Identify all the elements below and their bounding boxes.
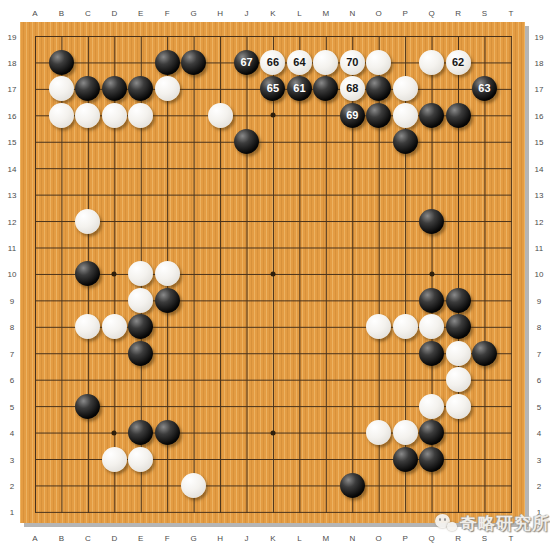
move-number-label: 68	[346, 83, 358, 94]
board-intersection	[445, 340, 471, 366]
coord-label-left: 10	[8, 270, 17, 279]
board-intersection	[128, 287, 154, 313]
white-stone	[128, 103, 153, 128]
coord-label-left: 1	[10, 508, 14, 517]
white-stone	[366, 314, 391, 339]
board-intersection	[365, 76, 391, 102]
black-stone	[128, 341, 153, 366]
coord-label-right: 12	[535, 217, 544, 226]
coord-label-right: 19	[535, 32, 544, 41]
coord-label-left: 5	[10, 402, 14, 411]
coord-label-right: 11	[535, 244, 543, 253]
move-number-label: 64	[293, 57, 305, 68]
board-intersection	[418, 102, 444, 128]
board-intersection	[128, 261, 154, 287]
board-intersection	[365, 314, 391, 340]
board-intersection	[418, 419, 444, 445]
board-intersection	[445, 102, 471, 128]
black-stone	[75, 76, 100, 101]
board-intersection: 66	[260, 49, 286, 75]
board-intersection	[154, 287, 180, 313]
white-stone	[102, 103, 127, 128]
coord-label-right: 9	[537, 296, 541, 305]
board-intersection	[418, 49, 444, 75]
board-intersection	[101, 102, 127, 128]
white-stone	[49, 103, 74, 128]
white-stone	[155, 261, 180, 286]
coord-label-right: 17	[535, 85, 544, 94]
board-intersection	[154, 419, 180, 445]
black-stone	[472, 341, 497, 366]
coord-label-top: R	[455, 9, 461, 18]
board-intersection: 67	[233, 49, 259, 75]
board-intersection: 64	[286, 49, 312, 75]
white-stone	[155, 76, 180, 101]
board-intersection	[313, 76, 339, 102]
white-stone	[102, 447, 127, 472]
board-intersection: 61	[286, 76, 312, 102]
black-stone	[313, 76, 338, 101]
board-intersection	[101, 446, 127, 472]
black-stone	[393, 129, 418, 154]
board-intersection	[101, 76, 127, 102]
black-stone	[181, 50, 206, 75]
coord-label-right: 15	[535, 138, 544, 147]
white-stone	[49, 76, 74, 101]
black-stone	[128, 76, 153, 101]
coord-label-bottom: F	[165, 534, 170, 543]
coord-label-left: 15	[8, 138, 17, 147]
coord-label-bottom: P	[402, 534, 407, 543]
move-number-label: 61	[293, 83, 305, 94]
coord-label-left: 14	[8, 164, 17, 173]
board-intersection: 69	[339, 102, 365, 128]
white-stone	[393, 314, 418, 339]
white-stone: 66	[260, 50, 285, 75]
board-intersection	[48, 76, 74, 102]
white-stone	[128, 288, 153, 313]
watermark: 奇略研究所	[434, 511, 550, 535]
wechat-icon	[434, 511, 460, 535]
black-stone	[102, 76, 127, 101]
coord-label-right: 18	[535, 58, 544, 67]
white-stone	[128, 447, 153, 472]
coord-label-bottom: B	[59, 534, 64, 543]
coord-label-right: 14	[535, 164, 544, 173]
coord-label-top: O	[376, 9, 382, 18]
move-number-label: 70	[346, 57, 358, 68]
white-stone	[313, 50, 338, 75]
white-stone	[419, 314, 444, 339]
board-intersection: 68	[339, 76, 365, 102]
black-stone	[155, 50, 180, 75]
move-number-label: 63	[478, 83, 490, 94]
coord-label-bottom: O	[376, 534, 382, 543]
board-intersection: 70	[339, 49, 365, 75]
board-intersection	[207, 102, 233, 128]
board-intersection	[128, 340, 154, 366]
coord-label-left: 4	[10, 429, 14, 438]
coord-label-bottom: G	[191, 534, 197, 543]
move-number-label: 69	[346, 110, 358, 121]
board-intersection	[418, 287, 444, 313]
board-intersection	[471, 340, 497, 366]
move-number-label: 65	[267, 83, 279, 94]
black-stone	[419, 103, 444, 128]
board-intersection	[365, 419, 391, 445]
board-intersection	[75, 261, 101, 287]
coord-label-left: 18	[8, 58, 17, 67]
coord-label-top: F	[165, 9, 170, 18]
black-stone	[128, 420, 153, 445]
coord-label-left: 19	[8, 32, 17, 41]
board-intersection	[339, 472, 365, 498]
coord-label-right: 3	[537, 455, 541, 464]
coord-label-right: 10	[535, 270, 544, 279]
white-stone	[446, 394, 471, 419]
board-intersection	[445, 393, 471, 419]
board-intersection	[154, 76, 180, 102]
black-stone	[419, 341, 444, 366]
white-stone	[419, 50, 444, 75]
coord-label-top: K	[270, 9, 275, 18]
coord-label-right: 6	[537, 376, 541, 385]
black-stone	[340, 473, 365, 498]
board-intersection	[128, 314, 154, 340]
coord-label-bottom: E	[138, 534, 143, 543]
board-intersection	[180, 472, 206, 498]
board-intersection	[418, 340, 444, 366]
board-intersection	[180, 49, 206, 75]
board-intersection: 63	[471, 76, 497, 102]
board-intersection	[392, 419, 418, 445]
board-intersection	[101, 314, 127, 340]
white-stone	[181, 473, 206, 498]
white-stone	[446, 367, 471, 392]
board-intersection	[418, 393, 444, 419]
board-intersection	[365, 102, 391, 128]
black-stone	[366, 76, 391, 101]
board-intersection	[418, 208, 444, 234]
coord-label-top: P	[402, 9, 407, 18]
coord-label-top: S	[482, 9, 487, 18]
white-stone: 70	[340, 50, 365, 75]
black-stone	[419, 288, 444, 313]
board-intersection	[75, 393, 101, 419]
watermark-text: 奇略研究所	[460, 512, 550, 535]
board-intersection	[365, 49, 391, 75]
black-stone: 63	[472, 76, 497, 101]
white-stone: 64	[287, 50, 312, 75]
board-intersection	[418, 446, 444, 472]
coord-label-top: H	[217, 9, 223, 18]
coord-label-bottom: D	[111, 534, 117, 543]
board-intersection	[445, 366, 471, 392]
coord-label-right: 16	[535, 111, 544, 120]
coord-label-top: M	[322, 9, 329, 18]
board-intersection	[392, 314, 418, 340]
white-stone	[75, 103, 100, 128]
board-intersection	[75, 76, 101, 102]
board-intersection	[392, 446, 418, 472]
black-stone	[419, 420, 444, 445]
coord-label-bottom: H	[217, 534, 223, 543]
coord-label-right: 7	[537, 349, 541, 358]
black-stone	[49, 50, 74, 75]
white-stone	[393, 76, 418, 101]
white-stone	[393, 103, 418, 128]
coord-label-right: 13	[535, 191, 544, 200]
black-stone	[75, 261, 100, 286]
coord-label-left: 13	[8, 191, 17, 200]
coord-label-top: L	[297, 9, 301, 18]
board-intersection	[75, 208, 101, 234]
chat-bubble-small-icon	[447, 522, 457, 531]
board-intersection	[128, 102, 154, 128]
board-intersection: 62	[445, 49, 471, 75]
black-stone	[446, 103, 471, 128]
board-intersection	[128, 419, 154, 445]
black-stone	[75, 394, 100, 419]
board-intersection	[313, 49, 339, 75]
board-intersection	[392, 129, 418, 155]
coord-label-left: 17	[8, 85, 17, 94]
coord-label-left: 12	[8, 217, 17, 226]
white-stone	[208, 103, 233, 128]
board-intersection	[418, 314, 444, 340]
coord-label-top: C	[85, 9, 91, 18]
board-intersection	[154, 261, 180, 287]
black-stone	[128, 314, 153, 339]
white-stone: 62	[446, 50, 471, 75]
coord-label-left: 9	[10, 296, 14, 305]
black-stone	[234, 129, 259, 154]
coord-label-left: 7	[10, 349, 14, 358]
black-stone	[419, 209, 444, 234]
board-intersection	[445, 314, 471, 340]
coord-label-bottom: M	[322, 534, 329, 543]
white-stone: 68	[340, 76, 365, 101]
board-intersection	[392, 102, 418, 128]
coord-label-right: 4	[537, 429, 541, 438]
white-stone	[366, 50, 391, 75]
black-stone	[366, 103, 391, 128]
coord-label-top: G	[191, 9, 197, 18]
black-stone	[155, 420, 180, 445]
board-intersection	[445, 287, 471, 313]
board-intersection	[48, 49, 74, 75]
black-stone	[446, 314, 471, 339]
move-number-label: 66	[267, 57, 279, 68]
coord-label-top: N	[349, 9, 355, 18]
board-intersection	[128, 76, 154, 102]
board-intersection	[233, 129, 259, 155]
black-stone	[446, 288, 471, 313]
white-stone	[419, 394, 444, 419]
white-stone	[102, 314, 127, 339]
coord-label-bottom: J	[245, 534, 249, 543]
coord-label-top: J	[245, 9, 249, 18]
white-stone	[446, 341, 471, 366]
black-stone: 65	[260, 76, 285, 101]
move-number-label: 62	[452, 57, 464, 68]
coord-label-top: A	[32, 9, 37, 18]
white-stone	[366, 420, 391, 445]
coord-label-left: 8	[10, 323, 14, 332]
coord-label-right: 8	[537, 323, 541, 332]
coord-label-bottom: L	[297, 534, 301, 543]
board-intersection: 65	[260, 76, 286, 102]
board-intersection	[75, 314, 101, 340]
white-stone	[75, 209, 100, 234]
board-intersection	[75, 102, 101, 128]
board-intersection	[392, 76, 418, 102]
coord-label-left: 16	[8, 111, 17, 120]
stones-layer: 67666470626561686369	[22, 23, 524, 525]
board-intersection	[128, 446, 154, 472]
move-number-label: 67	[240, 57, 252, 68]
black-stone: 69	[340, 103, 365, 128]
black-stone	[393, 447, 418, 472]
coord-label-bottom: K	[270, 534, 275, 543]
coord-label-top: D	[111, 9, 117, 18]
coord-label-right: 5	[537, 402, 541, 411]
coord-label-right: 2	[537, 481, 541, 490]
white-stone	[128, 261, 153, 286]
coord-label-top: E	[138, 9, 143, 18]
black-stone: 61	[287, 76, 312, 101]
coord-label-top: B	[59, 9, 64, 18]
coord-label-top: T	[508, 9, 513, 18]
board-intersection	[48, 102, 74, 128]
coord-label-left: 6	[10, 376, 14, 385]
coord-label-bottom: A	[32, 534, 37, 543]
coord-label-bottom: N	[349, 534, 355, 543]
white-stone	[75, 314, 100, 339]
black-stone	[155, 288, 180, 313]
coord-label-bottom: C	[85, 534, 91, 543]
black-stone	[419, 447, 444, 472]
go-diagram-screenshot: 67666470626561686369 AABBCCDDEEFFGGHHJJK…	[0, 0, 550, 550]
coord-label-left: 3	[10, 455, 14, 464]
coord-label-top: Q	[428, 9, 434, 18]
white-stone	[393, 420, 418, 445]
go-board: 67666470626561686369	[20, 22, 525, 523]
board-intersection	[154, 49, 180, 75]
coord-label-left: 2	[10, 481, 14, 490]
coord-label-left: 11	[8, 244, 16, 253]
black-stone: 67	[234, 50, 259, 75]
